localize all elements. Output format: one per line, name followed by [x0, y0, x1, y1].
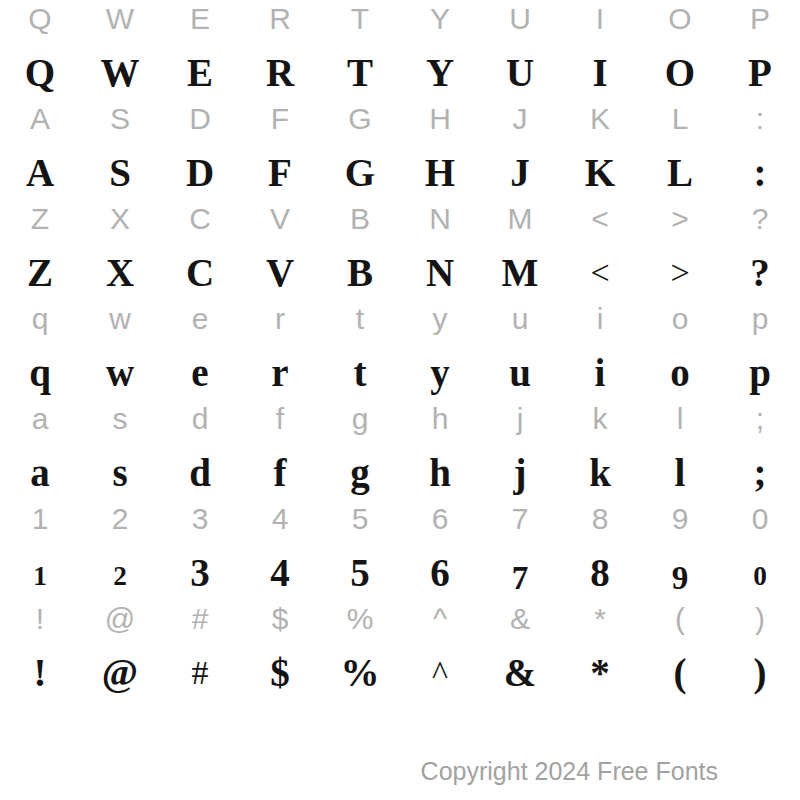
glyph-cell: Q: [0, 50, 80, 100]
glyph-cell: E: [160, 0, 240, 50]
glyph-cell: I: [560, 50, 640, 100]
glyph: @: [102, 650, 138, 695]
glyph-cell: L: [640, 100, 720, 150]
glyph-cell: g: [320, 450, 400, 500]
glyph-cell: V: [240, 250, 320, 300]
glyph: 9: [672, 502, 689, 536]
glyph: u: [509, 350, 531, 395]
glyph-cell: e: [160, 300, 240, 350]
glyph: i: [597, 302, 604, 336]
glyph-cell: f: [240, 450, 320, 500]
glyph: T: [347, 50, 373, 95]
glyph-cell: i: [560, 300, 640, 350]
glyph: H: [429, 102, 451, 136]
glyph-cell: O: [640, 50, 720, 100]
glyph-cell: q: [0, 300, 80, 350]
glyph: j: [514, 450, 527, 495]
glyph: w: [106, 350, 134, 395]
glyph: #: [192, 654, 209, 692]
copyright-text: Copyright 2024 Free Fonts: [421, 757, 718, 786]
glyph: O: [665, 50, 695, 95]
glyph-cell: C: [160, 200, 240, 250]
glyph: M: [502, 250, 539, 295]
glyph: E: [190, 2, 210, 36]
glyph: C: [189, 202, 211, 236]
glyph-cell: %: [320, 600, 400, 650]
glyph-cell: T: [320, 50, 400, 100]
glyph: r: [275, 302, 285, 336]
glyph-cell: ): [720, 650, 800, 700]
glyph-cell: $: [240, 650, 320, 700]
glyph: G: [345, 150, 375, 195]
glyph-cell: q: [0, 350, 80, 400]
glyph: i: [595, 350, 606, 395]
glyph-cell: D: [160, 150, 240, 200]
character-grid: QWERTYUIOPQWERTYUIOPASDFGHJKL:ASDFGHJKL:…: [0, 0, 800, 700]
glyph-cell: A: [0, 100, 80, 150]
glyph: 8: [590, 550, 610, 595]
glyph: d: [192, 402, 209, 436]
glyph-cell: *: [560, 600, 640, 650]
glyph: Z: [31, 202, 49, 236]
glyph-cell: N: [400, 250, 480, 300]
glyph: >: [670, 254, 689, 292]
glyph: t: [356, 302, 364, 336]
glyph-cell: C: [160, 250, 240, 300]
glyph-cell: M: [480, 250, 560, 300]
glyph: ^: [433, 602, 447, 636]
glyph-cell: t: [320, 350, 400, 400]
glyph: ?: [752, 202, 769, 236]
glyph-cell: 0: [720, 550, 800, 600]
glyph: !: [36, 602, 44, 636]
glyph-cell: 8: [560, 550, 640, 600]
glyph-cell: ;: [720, 450, 800, 500]
glyph: :: [756, 102, 764, 136]
glyph: l: [675, 450, 686, 495]
glyph-cell: @: [80, 600, 160, 650]
glyph: j: [517, 402, 524, 436]
glyph-cell: P: [720, 0, 800, 50]
glyph-cell: S: [80, 100, 160, 150]
glyph-cell: y: [400, 300, 480, 350]
glyph: 4: [270, 550, 290, 595]
glyph-cell: J: [480, 100, 560, 150]
glyph-cell: 4: [240, 550, 320, 600]
glyph: E: [187, 50, 213, 95]
glyph: R: [269, 2, 291, 36]
glyph-cell: ?: [720, 200, 800, 250]
glyph: ;: [754, 450, 767, 495]
glyph-cell: ^: [400, 600, 480, 650]
glyph-cell: r: [240, 300, 320, 350]
glyph: 3: [190, 550, 210, 595]
glyph-cell: ?: [720, 250, 800, 300]
glyph: C: [186, 250, 214, 295]
glyph: :: [754, 150, 767, 195]
glyph: s: [113, 402, 128, 436]
glyph: 8: [592, 502, 609, 536]
glyph-cell: w: [80, 350, 160, 400]
glyph: g: [352, 402, 369, 436]
glyph-cell: 7: [480, 500, 560, 550]
glyph-cell: 5: [320, 550, 400, 600]
glyph: 1: [33, 561, 47, 592]
glyph-cell: s: [80, 450, 160, 500]
glyph-cell: 0: [720, 500, 800, 550]
glyph-cell: M: [480, 200, 560, 250]
glyph: Y: [430, 2, 450, 36]
glyph-cell: d: [160, 450, 240, 500]
glyph-cell: *: [560, 650, 640, 700]
glyph: ?: [750, 250, 770, 295]
glyph: !: [34, 650, 47, 695]
glyph: N: [426, 250, 454, 295]
glyph: S: [110, 102, 130, 136]
glyph-cell: w: [80, 300, 160, 350]
glyph: 7: [512, 502, 529, 536]
glyph-cell: Z: [0, 250, 80, 300]
glyph: F: [271, 102, 289, 136]
glyph: 6: [432, 502, 449, 536]
glyph-cell: k: [560, 450, 640, 500]
glyph-cell: l: [640, 400, 720, 450]
glyph-cell: R: [240, 50, 320, 100]
glyph-cell: (: [640, 650, 720, 700]
glyph-cell: F: [240, 100, 320, 150]
glyph-cell: 6: [400, 500, 480, 550]
glyph: Y: [426, 50, 454, 95]
glyph: P: [748, 50, 772, 95]
glyph-cell: D: [160, 100, 240, 150]
glyph: w: [109, 302, 131, 336]
glyph-cell: !: [0, 600, 80, 650]
glyph: 2: [113, 561, 127, 592]
glyph: a: [30, 450, 50, 495]
glyph-cell: !: [0, 650, 80, 700]
glyph-cell: u: [480, 300, 560, 350]
glyph: 5: [352, 502, 369, 536]
glyph-cell: P: [720, 50, 800, 100]
glyph: D: [189, 102, 211, 136]
glyph-cell: W: [80, 0, 160, 50]
glyph-cell: 1: [0, 550, 80, 600]
glyph: V: [266, 250, 294, 295]
glyph-cell: 9: [640, 550, 720, 600]
glyph: I: [596, 2, 604, 36]
glyph-cell: 5: [320, 500, 400, 550]
glyph: a: [32, 402, 49, 436]
glyph: G: [348, 102, 371, 136]
glyph-cell: ^: [400, 650, 480, 700]
glyph-cell: h: [400, 450, 480, 500]
glyph-cell: t: [320, 300, 400, 350]
glyph-cell: G: [320, 100, 400, 150]
glyph: 1: [32, 502, 49, 536]
glyph: (: [675, 602, 685, 636]
glyph: 0: [752, 502, 769, 536]
glyph-cell: a: [0, 400, 80, 450]
glyph-cell: Y: [400, 50, 480, 100]
glyph-cell: J: [480, 150, 560, 200]
glyph-cell: %: [320, 650, 400, 700]
glyph-cell: W: [80, 50, 160, 100]
glyph-cell: a: [0, 450, 80, 500]
glyph-cell: Y: [400, 0, 480, 50]
glyph-cell: >: [640, 200, 720, 250]
glyph: s: [112, 450, 127, 495]
glyph-cell: X: [80, 200, 160, 250]
glyph: >: [671, 202, 689, 236]
glyph-cell: 2: [80, 500, 160, 550]
glyph-cell: :: [720, 100, 800, 150]
glyph-cell: O: [640, 0, 720, 50]
glyph-cell: (: [640, 600, 720, 650]
glyph-cell: k: [560, 400, 640, 450]
glyph: ^: [432, 654, 448, 692]
glyph: y: [430, 350, 450, 395]
glyph-cell: A: [0, 150, 80, 200]
glyph-cell: h: [400, 400, 480, 450]
glyph: l: [677, 402, 684, 436]
glyph: (: [674, 650, 687, 695]
glyph: f: [274, 450, 287, 495]
glyph-cell: G: [320, 150, 400, 200]
glyph: S: [109, 150, 131, 195]
glyph: R: [266, 50, 294, 95]
glyph: A: [30, 102, 50, 136]
glyph-cell: X: [80, 250, 160, 300]
glyph: $: [272, 602, 289, 636]
glyph: X: [106, 250, 134, 295]
glyph: O: [668, 2, 691, 36]
glyph: U: [506, 50, 534, 95]
glyph-cell: l: [640, 450, 720, 500]
glyph: U: [509, 2, 531, 36]
glyph: t: [354, 350, 367, 395]
glyph-cell: 9: [640, 500, 720, 550]
glyph: *: [594, 602, 606, 636]
glyph: r: [271, 350, 288, 395]
glyph: d: [189, 450, 211, 495]
glyph-cell: L: [640, 150, 720, 200]
glyph-cell: p: [720, 350, 800, 400]
glyph: o: [672, 302, 689, 336]
glyph: q: [29, 350, 51, 395]
glyph-cell: 7: [480, 550, 560, 600]
glyph-cell: U: [480, 0, 560, 50]
glyph-cell: K: [560, 150, 640, 200]
glyph: Q: [25, 50, 55, 95]
glyph: K: [590, 102, 610, 136]
glyph-cell: d: [160, 400, 240, 450]
glyph: P: [750, 2, 770, 36]
glyph: I: [592, 50, 607, 95]
glyph-cell: T: [320, 0, 400, 50]
glyph-cell: 2: [80, 550, 160, 600]
glyph-cell: 4: [240, 500, 320, 550]
glyph-cell: U: [480, 50, 560, 100]
glyph: y: [433, 302, 448, 336]
glyph: %: [347, 602, 374, 636]
glyph: W: [106, 2, 134, 36]
glyph-cell: Z: [0, 200, 80, 250]
glyph: p: [749, 350, 771, 395]
glyph: &: [510, 602, 530, 636]
glyph: 5: [350, 550, 370, 595]
glyph-cell: @: [80, 650, 160, 700]
glyph-cell: p: [720, 300, 800, 350]
glyph-cell: >: [640, 250, 720, 300]
glyph: e: [192, 302, 209, 336]
glyph-cell: r: [240, 350, 320, 400]
glyph: o: [670, 350, 690, 395]
glyph: p: [752, 302, 769, 336]
glyph: ): [755, 602, 765, 636]
glyph: J: [513, 102, 528, 136]
glyph: #: [192, 602, 209, 636]
glyph-cell: N: [400, 200, 480, 250]
glyph-cell: H: [400, 150, 480, 200]
glyph-cell: 1: [0, 500, 80, 550]
glyph-cell: e: [160, 350, 240, 400]
glyph: 9: [672, 559, 689, 597]
glyph-cell: &: [480, 600, 560, 650]
glyph: N: [429, 202, 451, 236]
glyph-cell: V: [240, 200, 320, 250]
glyph: 7: [512, 559, 529, 597]
glyph: $: [270, 650, 290, 695]
glyph-cell: Q: [0, 0, 80, 50]
glyph-cell: j: [480, 400, 560, 450]
glyph: T: [351, 2, 369, 36]
glyph: u: [512, 302, 529, 336]
glyph: H: [425, 150, 455, 195]
glyph: ): [754, 650, 767, 695]
glyph: g: [350, 450, 370, 495]
glyph: W: [101, 50, 140, 95]
glyph: 3: [192, 502, 209, 536]
glyph-cell: B: [320, 250, 400, 300]
glyph-cell: $: [240, 600, 320, 650]
glyph: A: [26, 150, 54, 195]
glyph: V: [270, 202, 290, 236]
glyph: ;: [756, 402, 764, 436]
glyph: Z: [27, 250, 53, 295]
glyph-cell: j: [480, 450, 560, 500]
glyph: <: [590, 254, 609, 292]
glyph: %: [341, 650, 380, 695]
glyph-cell: R: [240, 0, 320, 50]
glyph-cell: 3: [160, 550, 240, 600]
glyph-cell: 3: [160, 500, 240, 550]
glyph: k: [589, 450, 611, 495]
glyph-cell: :: [720, 150, 800, 200]
glyph-cell: 6: [400, 550, 480, 600]
glyph-cell: <: [560, 250, 640, 300]
glyph-cell: <: [560, 200, 640, 250]
glyph: @: [105, 602, 135, 636]
glyph: e: [191, 350, 208, 395]
glyph: *: [590, 650, 610, 695]
glyph: M: [508, 202, 533, 236]
glyph: B: [347, 250, 373, 295]
glyph: B: [350, 202, 370, 236]
glyph: Q: [28, 2, 51, 36]
glyph-cell: B: [320, 200, 400, 250]
glyph-cell: y: [400, 350, 480, 400]
glyph: h: [429, 450, 451, 495]
glyph: <: [591, 202, 609, 236]
glyph-cell: ): [720, 600, 800, 650]
glyph-cell: I: [560, 0, 640, 50]
glyph: &: [504, 650, 537, 695]
glyph-cell: o: [640, 300, 720, 350]
glyph-cell: o: [640, 350, 720, 400]
font-preview-canvas: QWERTYUIOPQWERTYUIOPASDFGHJKL:ASDFGHJKL:…: [0, 0, 800, 800]
glyph-cell: ;: [720, 400, 800, 450]
glyph: 2: [112, 502, 129, 536]
glyph: 6: [430, 550, 450, 595]
glyph: q: [32, 302, 49, 336]
glyph-cell: #: [160, 600, 240, 650]
glyph: K: [585, 150, 615, 195]
glyph-cell: i: [560, 350, 640, 400]
glyph: 0: [753, 561, 767, 592]
glyph-cell: K: [560, 100, 640, 150]
glyph: k: [593, 402, 608, 436]
glyph: D: [186, 150, 214, 195]
glyph-cell: H: [400, 100, 480, 150]
glyph: X: [110, 202, 130, 236]
glyph-cell: E: [160, 50, 240, 100]
glyph-cell: #: [160, 650, 240, 700]
glyph: J: [510, 150, 530, 195]
glyph: L: [672, 102, 689, 136]
glyph: L: [667, 150, 693, 195]
glyph-cell: g: [320, 400, 400, 450]
glyph: 4: [272, 502, 289, 536]
glyph-cell: &: [480, 650, 560, 700]
glyph-cell: u: [480, 350, 560, 400]
glyph-cell: s: [80, 400, 160, 450]
glyph: f: [276, 402, 284, 436]
glyph-cell: f: [240, 400, 320, 450]
glyph-cell: S: [80, 150, 160, 200]
glyph-cell: F: [240, 150, 320, 200]
glyph: F: [268, 150, 292, 195]
glyph-cell: 8: [560, 500, 640, 550]
glyph: h: [432, 402, 449, 436]
